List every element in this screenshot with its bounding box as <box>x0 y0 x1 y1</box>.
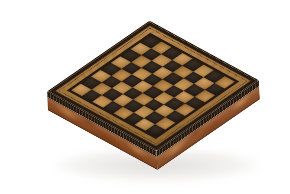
board-lid-top <box>47 21 259 151</box>
chess-box-3d <box>47 21 259 151</box>
product-photo-stage <box>0 0 290 194</box>
